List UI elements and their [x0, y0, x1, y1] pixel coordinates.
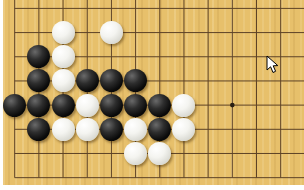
white-stone-C7	[52, 21, 75, 44]
white-stone-F2	[124, 142, 147, 165]
star-point-K4	[230, 103, 235, 108]
white-stone-F3	[124, 118, 147, 141]
black-stone-F4	[124, 94, 147, 117]
black-stone-G4	[148, 94, 171, 117]
white-stone-D4	[76, 94, 99, 117]
black-stone-A4	[3, 94, 26, 117]
white-stone-H4	[172, 94, 195, 117]
black-stone-E4	[100, 94, 123, 117]
white-stone-D3	[76, 118, 99, 141]
white-stone-E7	[100, 21, 123, 44]
white-stone-C5	[52, 69, 75, 92]
black-stone-C4	[52, 94, 75, 117]
black-stone-B4	[27, 94, 50, 117]
white-stone-C6	[52, 45, 75, 68]
black-stone-E3	[100, 118, 123, 141]
black-stone-G3	[148, 118, 171, 141]
white-stone-C3	[52, 118, 75, 141]
go-app-screen	[0, 0, 304, 190]
